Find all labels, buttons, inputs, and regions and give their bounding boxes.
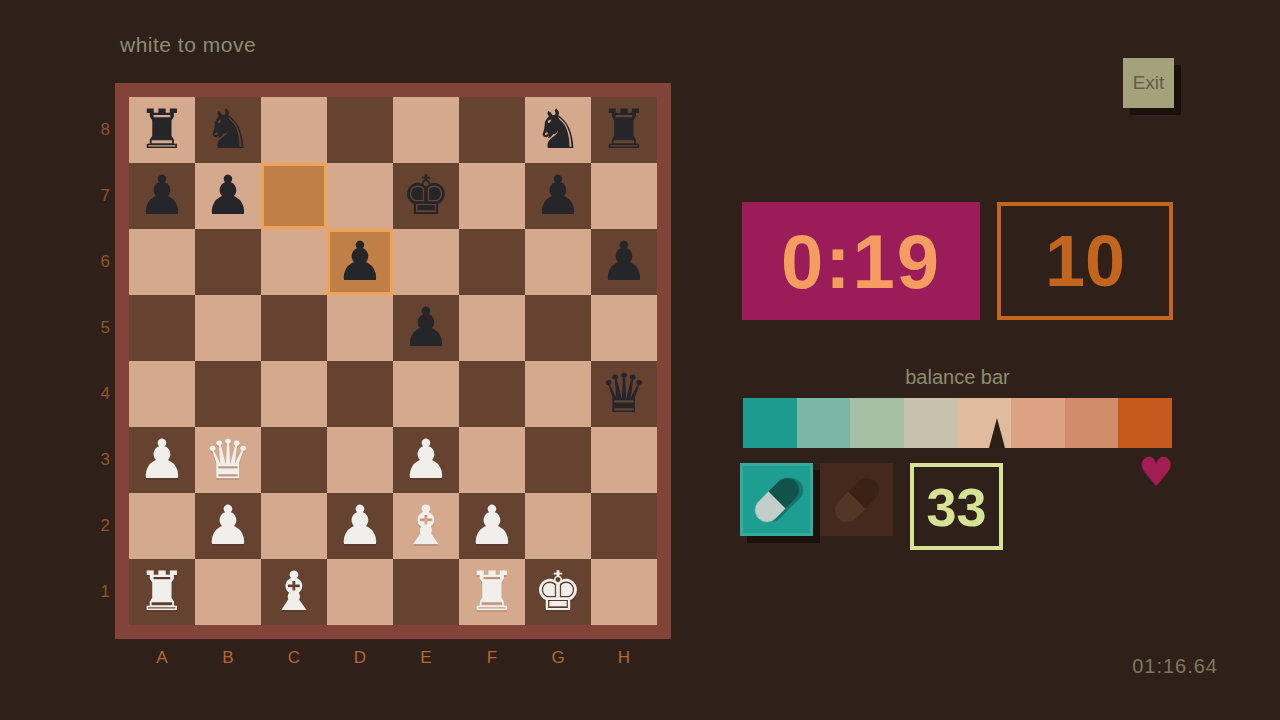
square-g6[interactable] <box>525 229 591 295</box>
rank-label-7: 7 <box>86 163 110 229</box>
square-h7[interactable] <box>591 163 657 229</box>
heart-icon: ♥ <box>1138 452 1174 492</box>
square-e3[interactable]: ♟ <box>393 427 459 493</box>
pill-used-icon <box>830 473 884 527</box>
piece-black-pawn: ♟ <box>402 301 450 355</box>
rank-label-8: 8 <box>86 97 110 163</box>
square-b1[interactable] <box>195 559 261 625</box>
square-g5[interactable] <box>525 295 591 361</box>
square-h5[interactable] <box>591 295 657 361</box>
square-h3[interactable] <box>591 427 657 493</box>
square-g4[interactable] <box>525 361 591 427</box>
piece-black-knight: ♞ <box>204 103 252 157</box>
piece-black-pawn: ♟ <box>534 169 582 223</box>
piece-black-rook: ♜ <box>600 103 648 157</box>
square-g7[interactable]: ♟ <box>525 163 591 229</box>
piece-black-knight: ♞ <box>534 103 582 157</box>
balance-segment-1 <box>743 398 797 448</box>
square-a8[interactable]: ♜ <box>129 97 195 163</box>
square-g3[interactable] <box>525 427 591 493</box>
file-label-g: G <box>525 648 591 668</box>
piece-white-pawn: ♟ <box>204 499 252 553</box>
square-c8[interactable] <box>261 97 327 163</box>
square-a4[interactable] <box>129 361 195 427</box>
square-a1[interactable]: ♜ <box>129 559 195 625</box>
square-d6[interactable]: ♟ <box>327 229 393 295</box>
piece-white-bishop: ♝ <box>270 565 318 619</box>
file-labels: ABCDEFGH <box>129 648 657 668</box>
square-c5[interactable] <box>261 295 327 361</box>
square-e8[interactable] <box>393 97 459 163</box>
square-f4[interactable] <box>459 361 525 427</box>
balance-segment-7 <box>1065 398 1119 448</box>
square-g1[interactable]: ♚ <box>525 559 591 625</box>
balance-segment-6 <box>1011 398 1065 448</box>
square-d4[interactable] <box>327 361 393 427</box>
square-f6[interactable] <box>459 229 525 295</box>
square-f5[interactable] <box>459 295 525 361</box>
exit-button-label: Exit <box>1133 72 1165 94</box>
square-a6[interactable] <box>129 229 195 295</box>
square-g8[interactable]: ♞ <box>525 97 591 163</box>
pill-counter-value: 33 <box>926 476 986 538</box>
piece-white-pawn: ♟ <box>468 499 516 553</box>
balance-segment-3 <box>850 398 904 448</box>
piece-white-rook: ♜ <box>138 565 186 619</box>
file-label-h: H <box>591 648 657 668</box>
piece-black-pawn: ♟ <box>138 169 186 223</box>
rank-label-4: 4 <box>86 361 110 427</box>
square-e4[interactable] <box>393 361 459 427</box>
square-e1[interactable] <box>393 559 459 625</box>
move-counter: 10 <box>997 202 1173 320</box>
move-counter-value: 10 <box>1045 220 1125 302</box>
rank-label-3: 3 <box>86 427 110 493</box>
piece-black-pawn: ♟ <box>204 169 252 223</box>
file-label-d: D <box>327 648 393 668</box>
file-label-f: F <box>459 648 525 668</box>
square-f2[interactable]: ♟ <box>459 493 525 559</box>
piece-white-bishop: ♝ <box>402 499 450 553</box>
square-h8[interactable]: ♜ <box>591 97 657 163</box>
balance-segment-8 <box>1118 398 1172 448</box>
square-h2[interactable] <box>591 493 657 559</box>
square-h6[interactable]: ♟ <box>591 229 657 295</box>
pill-powerup-button[interactable] <box>740 463 813 536</box>
square-b5[interactable] <box>195 295 261 361</box>
balance-segment-2 <box>797 398 851 448</box>
session-timer: 01:16.64 <box>1132 655 1218 678</box>
square-b3[interactable]: ♛ <box>195 427 261 493</box>
chess-board-frame: ♜♞♞♜♟♟♚♟♟♟♟♛♟♛♟♟♟♝♟♜♝♜♚ <box>115 83 671 639</box>
square-a7[interactable]: ♟ <box>129 163 195 229</box>
balance-bar-label: balance bar <box>743 366 1172 389</box>
square-h4[interactable]: ♛ <box>591 361 657 427</box>
exit-button[interactable]: Exit <box>1123 58 1174 108</box>
square-b6[interactable] <box>195 229 261 295</box>
piece-white-pawn: ♟ <box>138 433 186 487</box>
balance-segment-4 <box>904 398 958 448</box>
piece-white-king: ♚ <box>534 565 582 619</box>
rank-label-2: 2 <box>86 493 110 559</box>
move-timer-value: 0:19 <box>781 218 941 305</box>
piece-black-rook: ♜ <box>138 103 186 157</box>
square-f3[interactable] <box>459 427 525 493</box>
square-a5[interactable] <box>129 295 195 361</box>
square-f1[interactable]: ♜ <box>459 559 525 625</box>
piece-white-rook: ♜ <box>468 565 516 619</box>
piece-black-king: ♚ <box>402 169 450 223</box>
balance-pointer-icon <box>989 418 1005 448</box>
square-c2[interactable] <box>261 493 327 559</box>
square-c6[interactable] <box>261 229 327 295</box>
square-b4[interactable] <box>195 361 261 427</box>
square-d1[interactable] <box>327 559 393 625</box>
square-h1[interactable] <box>591 559 657 625</box>
square-e2[interactable]: ♝ <box>393 493 459 559</box>
pill-powerup-used-slot[interactable] <box>820 463 893 536</box>
chess-board: ♜♞♞♜♟♟♚♟♟♟♟♛♟♛♟♟♟♝♟♜♝♜♚ <box>129 97 657 625</box>
square-f8[interactable] <box>459 97 525 163</box>
square-g2[interactable] <box>525 493 591 559</box>
square-c7[interactable] <box>261 163 327 229</box>
file-label-b: B <box>195 648 261 668</box>
turn-status-label: white to move <box>120 33 256 57</box>
rank-labels: 87654321 <box>86 97 110 625</box>
square-c4[interactable] <box>261 361 327 427</box>
piece-black-pawn: ♟ <box>600 235 648 289</box>
file-label-c: C <box>261 648 327 668</box>
piece-white-pawn: ♟ <box>402 433 450 487</box>
square-d8[interactable] <box>327 97 393 163</box>
piece-black-pawn: ♟ <box>336 235 384 289</box>
pill-icon <box>750 473 804 527</box>
piece-white-pawn: ♟ <box>336 499 384 553</box>
file-label-a: A <box>129 648 195 668</box>
square-e7[interactable]: ♚ <box>393 163 459 229</box>
square-a3[interactable]: ♟ <box>129 427 195 493</box>
square-e6[interactable] <box>393 229 459 295</box>
rank-label-5: 5 <box>86 295 110 361</box>
balance-bar <box>743 398 1172 448</box>
rank-label-6: 6 <box>86 229 110 295</box>
square-f7[interactable] <box>459 163 525 229</box>
square-c1[interactable]: ♝ <box>261 559 327 625</box>
square-b2[interactable]: ♟ <box>195 493 261 559</box>
piece-white-queen: ♛ <box>204 433 252 487</box>
square-d2[interactable]: ♟ <box>327 493 393 559</box>
square-b8[interactable]: ♞ <box>195 97 261 163</box>
move-timer: 0:19 <box>742 202 980 320</box>
pill-counter: 33 <box>910 463 1003 550</box>
square-d3[interactable] <box>327 427 393 493</box>
square-d7[interactable] <box>327 163 393 229</box>
file-label-e: E <box>393 648 459 668</box>
square-c3[interactable] <box>261 427 327 493</box>
square-b7[interactable]: ♟ <box>195 163 261 229</box>
square-e5[interactable]: ♟ <box>393 295 459 361</box>
square-a2[interactable] <box>129 493 195 559</box>
square-d5[interactable] <box>327 295 393 361</box>
rank-label-1: 1 <box>86 559 110 625</box>
piece-black-queen: ♛ <box>600 367 648 421</box>
